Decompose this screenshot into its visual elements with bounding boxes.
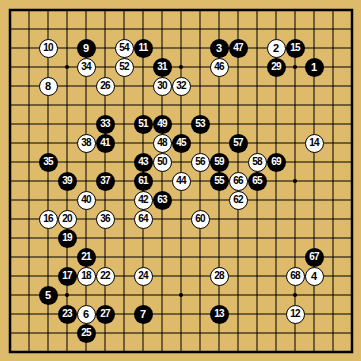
stone-white-28: 28 xyxy=(210,267,229,286)
stone-white-26: 26 xyxy=(96,77,115,96)
stone-black-23: 23 xyxy=(58,305,77,324)
stone-black-61: 61 xyxy=(134,172,153,191)
stone-black-13: 13 xyxy=(210,305,229,324)
stone-white-32: 32 xyxy=(172,77,191,96)
stone-black-21: 21 xyxy=(77,248,96,267)
stone-white-40: 40 xyxy=(77,191,96,210)
stone-black-3: 3 xyxy=(210,39,229,58)
stone-white-20: 20 xyxy=(58,210,77,229)
stone-black-9: 9 xyxy=(77,39,96,58)
stone-black-29: 29 xyxy=(267,58,286,77)
stone-white-18: 18 xyxy=(77,267,96,286)
stone-black-65: 65 xyxy=(248,172,267,191)
stone-white-2: 2 xyxy=(267,39,286,58)
stone-white-30: 30 xyxy=(153,77,172,96)
stone-white-44: 44 xyxy=(172,172,191,191)
stone-white-58: 58 xyxy=(248,153,267,172)
stone-black-41: 41 xyxy=(96,134,115,153)
stone-black-53: 53 xyxy=(191,115,210,134)
stone-black-69: 69 xyxy=(267,153,286,172)
stone-black-35: 35 xyxy=(39,153,58,172)
stone-black-15: 15 xyxy=(286,39,305,58)
stone-black-43: 43 xyxy=(134,153,153,172)
stone-black-39: 39 xyxy=(58,172,77,191)
stone-white-14: 14 xyxy=(305,134,324,153)
stone-black-27: 27 xyxy=(96,305,115,324)
stone-white-8: 8 xyxy=(39,77,58,96)
stone-black-37: 37 xyxy=(96,172,115,191)
stones-layer: 1234567891011121314151617181920212223242… xyxy=(1,1,361,361)
stone-black-19: 19 xyxy=(58,229,77,248)
stone-black-7: 7 xyxy=(134,305,153,324)
stone-white-60: 60 xyxy=(191,210,210,229)
stone-white-54: 54 xyxy=(115,39,134,58)
stone-black-11: 11 xyxy=(134,39,153,58)
stone-white-38: 38 xyxy=(77,134,96,153)
stone-black-1: 1 xyxy=(305,58,324,77)
stone-black-57: 57 xyxy=(229,134,248,153)
stone-white-6: 6 xyxy=(77,305,96,324)
stone-white-66: 66 xyxy=(229,172,248,191)
stone-black-31: 31 xyxy=(153,58,172,77)
stone-white-16: 16 xyxy=(39,210,58,229)
stone-black-25: 25 xyxy=(77,324,96,343)
stone-white-22: 22 xyxy=(96,267,115,286)
stone-white-50: 50 xyxy=(153,153,172,172)
stone-white-24: 24 xyxy=(134,267,153,286)
stone-black-59: 59 xyxy=(210,153,229,172)
stone-black-5: 5 xyxy=(39,286,58,305)
stone-black-17: 17 xyxy=(58,267,77,286)
stone-black-49: 49 xyxy=(153,115,172,134)
stone-white-48: 48 xyxy=(153,134,172,153)
stone-white-62: 62 xyxy=(229,191,248,210)
stone-white-12: 12 xyxy=(286,305,305,324)
stone-white-42: 42 xyxy=(134,191,153,210)
stone-white-36: 36 xyxy=(96,210,115,229)
stone-white-46: 46 xyxy=(210,58,229,77)
stone-white-56: 56 xyxy=(191,153,210,172)
stone-black-51: 51 xyxy=(134,115,153,134)
stone-white-64: 64 xyxy=(134,210,153,229)
stone-black-45: 45 xyxy=(172,134,191,153)
stone-black-63: 63 xyxy=(153,191,172,210)
go-board[interactable]: 1234567891011121314151617181920212223242… xyxy=(0,0,361,361)
stone-black-33: 33 xyxy=(96,115,115,134)
stone-white-68: 68 xyxy=(286,267,305,286)
stone-white-10: 10 xyxy=(39,39,58,58)
stone-white-52: 52 xyxy=(115,58,134,77)
stone-black-67: 67 xyxy=(305,248,324,267)
stone-black-55: 55 xyxy=(210,172,229,191)
stone-black-47: 47 xyxy=(229,39,248,58)
stone-white-34: 34 xyxy=(77,58,96,77)
stone-white-4: 4 xyxy=(305,267,324,286)
